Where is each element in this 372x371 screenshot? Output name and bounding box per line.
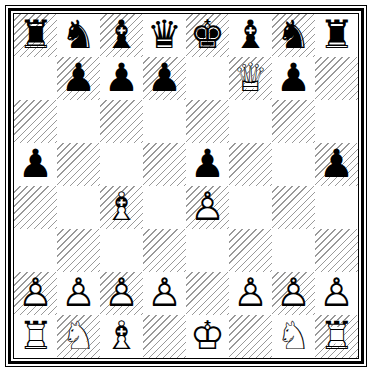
square-g4[interactable] [272, 186, 315, 229]
square-c4[interactable]: ♝♗ [100, 186, 143, 229]
square-c8[interactable]: ♝ [100, 14, 143, 57]
square-a3[interactable] [14, 229, 57, 272]
black-king: ♚ [190, 15, 225, 54]
black-pawn: ♟ [190, 144, 225, 183]
square-d2[interactable]: ♟♙ [143, 272, 186, 315]
white-bishop: ♝♗ [104, 316, 139, 355]
square-f4[interactable] [229, 186, 272, 229]
white-bishop: ♝♗ [104, 187, 139, 226]
white-pawn: ♟♙ [104, 273, 139, 312]
white-pawn: ♟♙ [233, 273, 268, 312]
piece-outline-layer: ♗ [104, 187, 139, 226]
square-b3[interactable] [57, 229, 100, 272]
square-h8[interactable]: ♜ [315, 14, 358, 57]
white-queen: ♛♕ [233, 58, 268, 97]
piece-outline-layer: ♖ [18, 316, 53, 355]
square-f6[interactable] [229, 100, 272, 143]
square-b4[interactable] [57, 186, 100, 229]
square-c5[interactable] [100, 143, 143, 186]
square-f5[interactable] [229, 143, 272, 186]
square-g1[interactable]: ♞♘ [272, 315, 315, 358]
piece-outline-layer: ♙ [233, 273, 268, 312]
square-c6[interactable] [100, 100, 143, 143]
square-d6[interactable] [143, 100, 186, 143]
square-b1[interactable]: ♞♘ [57, 315, 100, 358]
square-c2[interactable]: ♟♙ [100, 272, 143, 315]
square-g3[interactable] [272, 229, 315, 272]
square-h3[interactable] [315, 229, 358, 272]
piece-outline-layer: ♗ [104, 316, 139, 355]
square-e6[interactable] [186, 100, 229, 143]
black-knight: ♞ [276, 15, 311, 54]
square-d4[interactable] [143, 186, 186, 229]
black-bishop: ♝ [104, 15, 139, 54]
board-outer-frame: ♜♞♝♛♚♝♞♜♟♟♟♛♕♟♟♟♟♝♗♟♙♟♙♟♙♟♙♟♙♟♙♟♙♟♙♜♖♞♘♝… [5, 5, 367, 367]
square-g8[interactable]: ♞ [272, 14, 315, 57]
square-e1[interactable]: ♚♔ [186, 315, 229, 358]
white-pawn: ♟♙ [276, 273, 311, 312]
square-e5[interactable]: ♟ [186, 143, 229, 186]
square-a4[interactable] [14, 186, 57, 229]
square-b8[interactable]: ♞ [57, 14, 100, 57]
square-f7[interactable]: ♛♕ [229, 57, 272, 100]
square-e7[interactable] [186, 57, 229, 100]
square-f1[interactable] [229, 315, 272, 358]
piece-outline-layer: ♕ [233, 58, 268, 97]
square-a8[interactable]: ♜ [14, 14, 57, 57]
square-d1[interactable] [143, 315, 186, 358]
square-h6[interactable] [315, 100, 358, 143]
piece-outline-layer: ♙ [18, 273, 53, 312]
square-c3[interactable] [100, 229, 143, 272]
square-e2[interactable] [186, 272, 229, 315]
white-rook: ♜♖ [319, 316, 354, 355]
square-g7[interactable]: ♟ [272, 57, 315, 100]
piece-outline-layer: ♔ [190, 316, 225, 355]
white-pawn: ♟♙ [319, 273, 354, 312]
square-f3[interactable] [229, 229, 272, 272]
square-h1[interactable]: ♜♖ [315, 315, 358, 358]
black-knight: ♞ [61, 15, 96, 54]
square-f8[interactable]: ♝ [229, 14, 272, 57]
square-a5[interactable]: ♟ [14, 143, 57, 186]
square-h7[interactable] [315, 57, 358, 100]
square-b6[interactable] [57, 100, 100, 143]
square-d7[interactable]: ♟ [143, 57, 186, 100]
piece-outline-layer: ♙ [147, 273, 182, 312]
board-inner-frame: ♜♞♝♛♚♝♞♜♟♟♟♛♕♟♟♟♟♝♗♟♙♟♙♟♙♟♙♟♙♟♙♟♙♟♙♜♖♞♘♝… [13, 13, 359, 359]
black-pawn: ♟ [104, 58, 139, 97]
square-b7[interactable]: ♟ [57, 57, 100, 100]
square-c7[interactable]: ♟ [100, 57, 143, 100]
white-pawn: ♟♙ [147, 273, 182, 312]
square-h2[interactable]: ♟♙ [315, 272, 358, 315]
chess-board: ♜♞♝♛♚♝♞♜♟♟♟♛♕♟♟♟♟♝♗♟♙♟♙♟♙♟♙♟♙♟♙♟♙♟♙♜♖♞♘♝… [14, 14, 358, 358]
board-thick-frame: ♜♞♝♛♚♝♞♜♟♟♟♛♕♟♟♟♟♝♗♟♙♟♙♟♙♟♙♟♙♟♙♟♙♟♙♜♖♞♘♝… [8, 8, 364, 364]
square-e8[interactable]: ♚ [186, 14, 229, 57]
piece-outline-layer: ♙ [61, 273, 96, 312]
square-b2[interactable]: ♟♙ [57, 272, 100, 315]
square-a6[interactable] [14, 100, 57, 143]
square-c1[interactable]: ♝♗ [100, 315, 143, 358]
white-pawn: ♟♙ [190, 187, 225, 226]
square-h4[interactable] [315, 186, 358, 229]
black-pawn: ♟ [276, 58, 311, 97]
piece-outline-layer: ♙ [319, 273, 354, 312]
square-e3[interactable] [186, 229, 229, 272]
piece-outline-layer: ♘ [61, 316, 96, 355]
square-d8[interactable]: ♛ [143, 14, 186, 57]
square-g6[interactable] [272, 100, 315, 143]
black-rook: ♜ [18, 15, 53, 54]
black-rook: ♜ [319, 15, 354, 54]
square-a7[interactable] [14, 57, 57, 100]
square-g2[interactable]: ♟♙ [272, 272, 315, 315]
square-a1[interactable]: ♜♖ [14, 315, 57, 358]
black-pawn: ♟ [319, 144, 354, 183]
piece-outline-layer: ♘ [276, 316, 311, 355]
square-d5[interactable] [143, 143, 186, 186]
white-pawn: ♟♙ [61, 273, 96, 312]
square-f2[interactable]: ♟♙ [229, 272, 272, 315]
white-knight: ♞♘ [276, 316, 311, 355]
black-queen: ♛ [147, 15, 182, 54]
black-pawn: ♟ [18, 144, 53, 183]
black-bishop: ♝ [233, 15, 268, 54]
piece-outline-layer: ♙ [104, 273, 139, 312]
piece-outline-layer: ♙ [276, 273, 311, 312]
square-g5[interactable] [272, 143, 315, 186]
square-b5[interactable] [57, 143, 100, 186]
piece-outline-layer: ♙ [190, 187, 225, 226]
black-pawn: ♟ [147, 58, 182, 97]
white-king: ♚♔ [190, 316, 225, 355]
square-e4[interactable]: ♟♙ [186, 186, 229, 229]
piece-outline-layer: ♖ [319, 316, 354, 355]
square-h5[interactable]: ♟ [315, 143, 358, 186]
white-rook: ♜♖ [18, 316, 53, 355]
white-knight: ♞♘ [61, 316, 96, 355]
square-d3[interactable] [143, 229, 186, 272]
white-pawn: ♟♙ [18, 273, 53, 312]
black-pawn: ♟ [61, 58, 96, 97]
square-a2[interactable]: ♟♙ [14, 272, 57, 315]
